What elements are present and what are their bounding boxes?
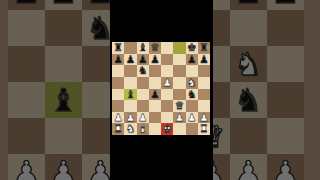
black-rook-h8-icon: ♜ bbox=[199, 42, 208, 54]
square-g4[interactable]: ♞ bbox=[186, 89, 198, 101]
square-d7[interactable]: ♟ bbox=[149, 54, 161, 66]
square-h5[interactable] bbox=[198, 77, 210, 89]
square-c2[interactable]: ♟ bbox=[137, 112, 149, 124]
square-b3 bbox=[45, 118, 82, 154]
square-h7: ♟ bbox=[267, 0, 304, 10]
black-pawn-c7-icon: ♟ bbox=[138, 54, 147, 66]
white-bishop-c1-icon: ♝ bbox=[138, 123, 147, 135]
square-c4[interactable] bbox=[137, 89, 149, 101]
square-c5[interactable] bbox=[137, 77, 149, 89]
square-d8[interactable]: ♛ bbox=[149, 42, 161, 54]
square-c1[interactable]: ♝ bbox=[137, 123, 149, 135]
square-c6[interactable]: ♞ bbox=[137, 65, 149, 77]
white-pawn-c2-icon: ♟ bbox=[138, 112, 147, 124]
square-a3 bbox=[8, 118, 45, 154]
square-f4[interactable] bbox=[173, 89, 185, 101]
white-pawn-g2-icon: ♟ bbox=[187, 112, 196, 124]
white-pawn-a2-icon: ♟ bbox=[13, 154, 41, 180]
black-king-g8-icon: ♚ bbox=[187, 42, 196, 54]
square-g3 bbox=[230, 118, 267, 154]
square-g7[interactable]: ♟ bbox=[186, 54, 198, 66]
black-pawn-h7-icon: ♟ bbox=[199, 54, 208, 66]
white-pawn-h2-icon: ♟ bbox=[272, 154, 300, 180]
square-f2[interactable]: ♟ bbox=[173, 112, 185, 124]
square-a5 bbox=[8, 46, 45, 82]
video-frame: ♜♝♛♚♜♟♟♟♟♟♟♞♟♞♝♟♞♛♟♟♟♟♟♟♜♞♝♚♜ ♜♝♛♚♜♟♟♟♟♟… bbox=[0, 0, 320, 180]
square-d3[interactable] bbox=[149, 100, 161, 112]
square-f3[interactable]: ♛ bbox=[173, 100, 185, 112]
square-b7[interactable]: ♟ bbox=[124, 54, 136, 66]
square-e7[interactable] bbox=[161, 54, 173, 66]
square-d6[interactable] bbox=[149, 65, 161, 77]
square-b8[interactable] bbox=[124, 42, 136, 54]
square-a7: ♟ bbox=[8, 0, 45, 10]
square-a1[interactable]: ♜ bbox=[112, 123, 124, 135]
black-rook-a8-icon: ♜ bbox=[113, 42, 122, 54]
square-b6 bbox=[45, 10, 82, 46]
black-queen-d8-icon: ♛ bbox=[150, 42, 159, 54]
white-queen-f3-icon: ♛ bbox=[175, 100, 184, 112]
square-h4[interactable] bbox=[198, 89, 210, 101]
black-pawn-h7-icon: ♟ bbox=[272, 0, 300, 10]
white-pawn-b2-icon: ♟ bbox=[50, 154, 78, 180]
square-e5[interactable]: ♟ bbox=[161, 77, 173, 89]
square-g2: ♟ bbox=[230, 154, 267, 180]
white-knight-b1-icon: ♞ bbox=[126, 123, 135, 135]
white-rook-h1-icon: ♜ bbox=[199, 123, 208, 135]
main-chess-board: ♜♝♛♚♜♟♟♟♟♟♟♞♟♞♝♟♞♛♟♟♟♟♟♟♜♞♝♚♜ bbox=[112, 42, 210, 135]
square-h1[interactable]: ♜ bbox=[198, 123, 210, 135]
square-a8[interactable]: ♜ bbox=[112, 42, 124, 54]
square-b7: ♟ bbox=[45, 0, 82, 10]
square-a2: ♟ bbox=[8, 154, 45, 180]
square-e8[interactable] bbox=[161, 42, 173, 54]
square-b4[interactable]: ♝ bbox=[124, 89, 136, 101]
square-b4: ♝ bbox=[45, 82, 82, 118]
square-b3[interactable] bbox=[124, 100, 136, 112]
square-g5[interactable]: ♞ bbox=[186, 77, 198, 89]
square-g6 bbox=[230, 10, 267, 46]
white-pawn-a2-icon: ♟ bbox=[113, 112, 122, 124]
square-h4 bbox=[267, 82, 304, 118]
square-f1[interactable] bbox=[173, 123, 185, 135]
square-g7: ♟ bbox=[230, 0, 267, 10]
square-a6[interactable] bbox=[112, 65, 124, 77]
black-knight-g4-icon: ♞ bbox=[187, 89, 196, 101]
square-c8[interactable]: ♝ bbox=[137, 42, 149, 54]
square-c7[interactable]: ♟ bbox=[137, 54, 149, 66]
square-f8[interactable] bbox=[173, 42, 185, 54]
square-f6[interactable] bbox=[173, 65, 185, 77]
square-e1[interactable]: ♚ bbox=[161, 123, 173, 135]
square-a2[interactable]: ♟ bbox=[112, 112, 124, 124]
square-h3[interactable] bbox=[198, 100, 210, 112]
black-bishop-c8-icon: ♝ bbox=[138, 42, 147, 54]
square-e6[interactable] bbox=[161, 65, 173, 77]
square-h8[interactable]: ♜ bbox=[198, 42, 210, 54]
white-pawn-b2-icon: ♟ bbox=[126, 112, 135, 124]
square-g1[interactable] bbox=[186, 123, 198, 135]
square-a4[interactable] bbox=[112, 89, 124, 101]
square-b5[interactable] bbox=[124, 77, 136, 89]
square-b6[interactable] bbox=[124, 65, 136, 77]
black-pawn-d4-icon: ♟ bbox=[150, 89, 159, 101]
square-g6[interactable] bbox=[186, 65, 198, 77]
white-pawn-e5-icon: ♟ bbox=[162, 77, 171, 89]
square-a4 bbox=[8, 82, 45, 118]
white-pawn-f2-icon: ♟ bbox=[175, 112, 184, 124]
square-b1[interactable]: ♞ bbox=[124, 123, 136, 135]
square-g2[interactable]: ♟ bbox=[186, 112, 198, 124]
square-a5[interactable] bbox=[112, 77, 124, 89]
square-h6 bbox=[267, 10, 304, 46]
square-h3 bbox=[267, 118, 304, 154]
square-h5 bbox=[267, 46, 304, 82]
square-g5: ♞ bbox=[230, 46, 267, 82]
black-bishop-b4-icon: ♝ bbox=[50, 82, 78, 118]
square-b2[interactable]: ♟ bbox=[124, 112, 136, 124]
square-b5 bbox=[45, 46, 82, 82]
white-rook-a1-icon: ♜ bbox=[113, 123, 122, 135]
square-h6[interactable] bbox=[198, 65, 210, 77]
square-d5[interactable] bbox=[149, 77, 161, 89]
black-pawn-b7-icon: ♟ bbox=[126, 54, 135, 66]
black-pawn-d7-icon: ♟ bbox=[150, 54, 159, 66]
white-pawn-h2-icon: ♟ bbox=[199, 112, 208, 124]
black-pawn-b7-icon: ♟ bbox=[50, 0, 78, 10]
square-c3[interactable] bbox=[137, 100, 149, 112]
square-d4[interactable]: ♟ bbox=[149, 89, 161, 101]
square-a7[interactable]: ♟ bbox=[112, 54, 124, 66]
square-g8[interactable]: ♚ bbox=[186, 42, 198, 54]
square-h7[interactable]: ♟ bbox=[198, 54, 210, 66]
black-pawn-g7-icon: ♟ bbox=[187, 54, 196, 66]
square-f7[interactable] bbox=[173, 54, 185, 66]
square-e3[interactable] bbox=[161, 100, 173, 112]
square-d2[interactable] bbox=[149, 112, 161, 124]
square-g4: ♞ bbox=[230, 82, 267, 118]
black-knight-c6-icon: ♞ bbox=[138, 65, 147, 77]
white-king-e1-icon: ♚ bbox=[162, 123, 171, 135]
square-g3[interactable] bbox=[186, 100, 198, 112]
square-a3[interactable] bbox=[112, 100, 124, 112]
square-d1[interactable] bbox=[149, 123, 161, 135]
square-h2: ♟ bbox=[267, 154, 304, 180]
square-a6 bbox=[8, 10, 45, 46]
black-pawn-g7-icon: ♟ bbox=[235, 0, 263, 10]
black-pawn-a7-icon: ♟ bbox=[113, 54, 122, 66]
black-bishop-b4-icon: ♝ bbox=[126, 89, 135, 101]
square-h2[interactable]: ♟ bbox=[198, 112, 210, 124]
square-e2[interactable] bbox=[161, 112, 173, 124]
black-knight-g4-icon: ♞ bbox=[235, 82, 263, 118]
square-b2: ♟ bbox=[45, 154, 82, 180]
white-pawn-g2-icon: ♟ bbox=[235, 154, 263, 180]
white-knight-g5-icon: ♞ bbox=[187, 77, 196, 89]
black-pawn-a7-icon: ♟ bbox=[13, 0, 41, 10]
square-e4[interactable] bbox=[161, 89, 173, 101]
white-knight-g5-icon: ♞ bbox=[235, 46, 263, 82]
square-f5[interactable] bbox=[173, 77, 185, 89]
